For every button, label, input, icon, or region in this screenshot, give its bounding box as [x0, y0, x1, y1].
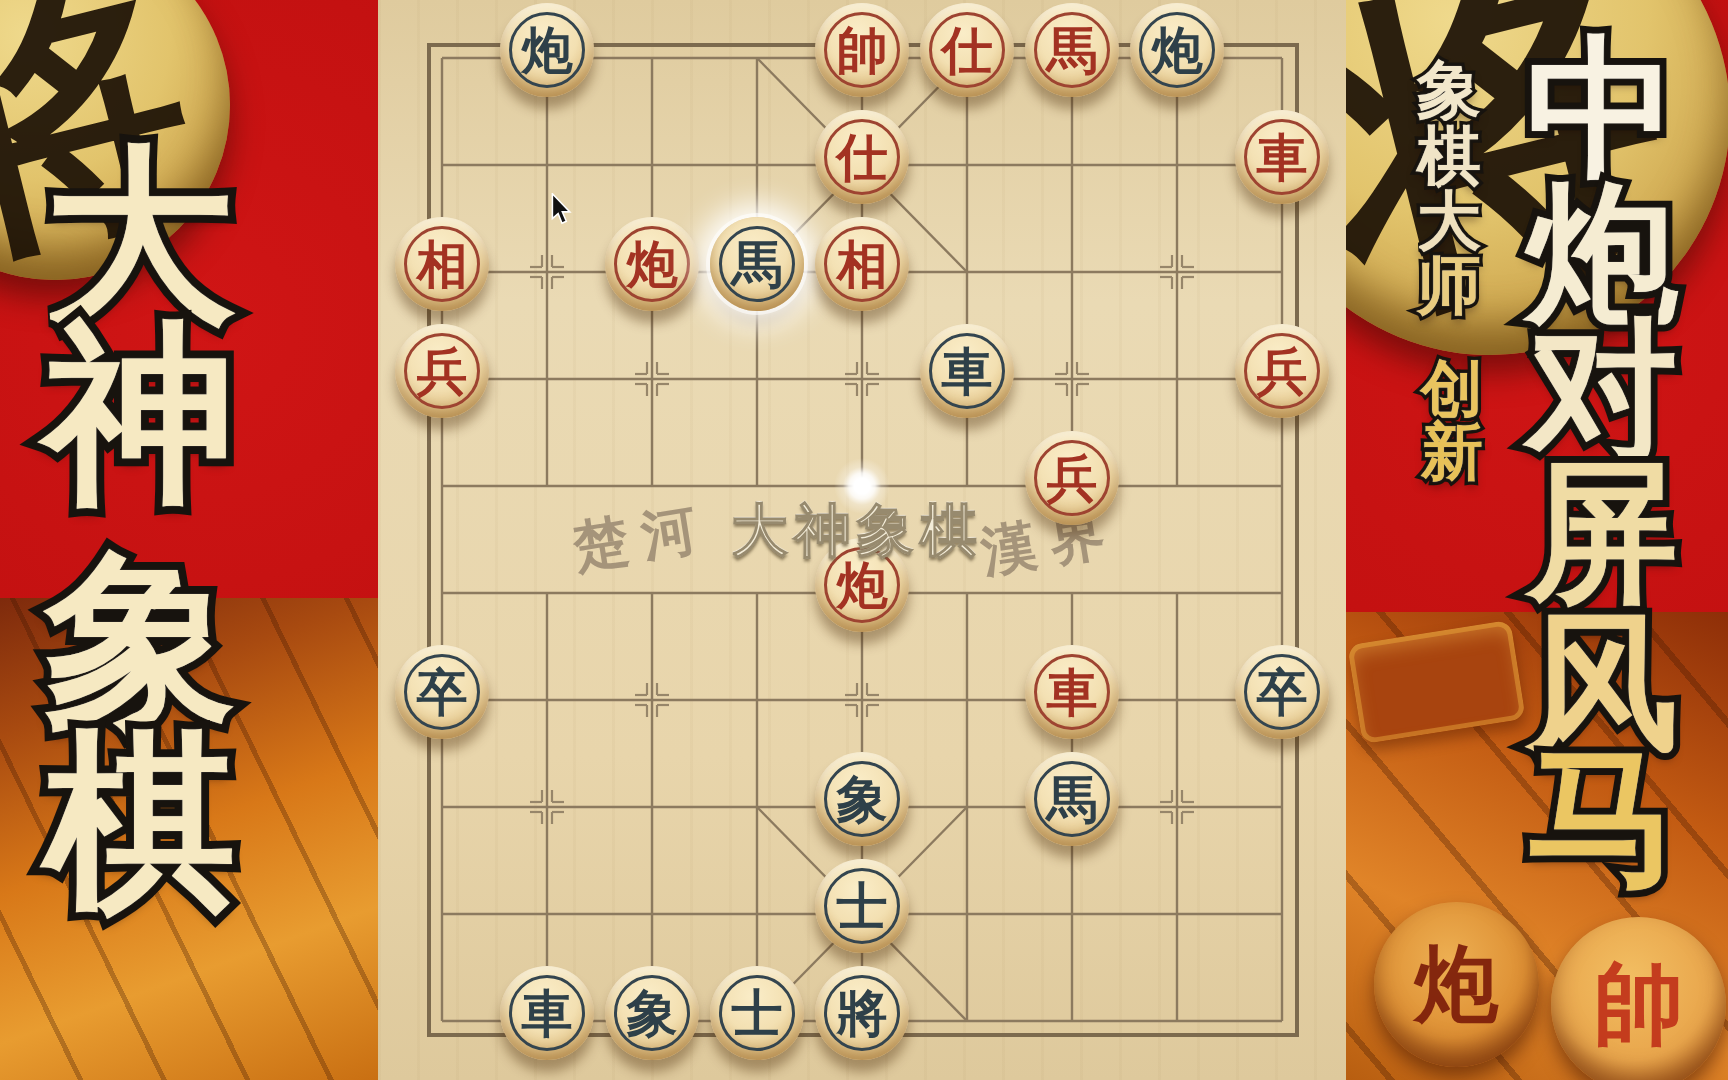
- piece-red-兵[interactable]: 兵: [395, 324, 489, 418]
- piece-glyph: 將: [837, 988, 888, 1039]
- piece-glyph: 車: [522, 988, 573, 1039]
- piece-glyph: 帥: [837, 25, 888, 76]
- piece-red-車[interactable]: 車: [1235, 110, 1329, 204]
- piece-red-炮[interactable]: 炮: [605, 217, 699, 311]
- piece-black-炮[interactable]: 炮: [500, 3, 594, 97]
- piece-glyph: 士: [732, 988, 783, 1039]
- mouse-cursor: [551, 193, 577, 227]
- piece-red-帥[interactable]: 帥: [815, 3, 909, 97]
- piece-black-將[interactable]: 將: [815, 966, 909, 1060]
- piece-glyph: 車: [1047, 667, 1098, 718]
- piece-glyph: 相: [837, 239, 888, 290]
- piece-black-馬[interactable]: 馬: [710, 217, 804, 311]
- piece-red-馬[interactable]: 馬: [1025, 3, 1119, 97]
- piece-glyph: 兵: [1047, 453, 1098, 504]
- piece-glyph: 馬: [1047, 25, 1098, 76]
- piece-black-士[interactable]: 士: [710, 966, 804, 1060]
- piece-glyph: 士: [837, 881, 888, 932]
- piece-red-相[interactable]: 相: [815, 217, 909, 311]
- piece-glyph: 車: [1257, 132, 1308, 183]
- piece-black-車[interactable]: 車: [920, 324, 1014, 418]
- piece-glyph: 車: [942, 346, 993, 397]
- piece-glyph: 卒: [1257, 667, 1308, 718]
- piece-glyph: 炮: [1152, 25, 1203, 76]
- xiangqi-board-area: 楚河 漢界 炮帥仕馬炮仕車相炮馬相兵車兵兵炮卒車卒象馬士車象士將 大神象棋: [378, 0, 1346, 1080]
- piece-red-仕[interactable]: 仕: [815, 110, 909, 204]
- piece-glyph: 兵: [417, 346, 468, 397]
- piece-red-兵[interactable]: 兵: [1025, 431, 1119, 525]
- piece-red-相[interactable]: 相: [395, 217, 489, 311]
- piece-glyph: 卒: [417, 667, 468, 718]
- piece-glyph: 象: [627, 988, 678, 1039]
- piece-glyph: 仕: [837, 132, 888, 183]
- screenshot-stage: 炮 帥 将 大大神神象象棋棋 楚河 漢界 炮帥仕馬炮仕車相炮馬相兵車兵兵炮卒車卒…: [0, 0, 1728, 1080]
- piece-black-象[interactable]: 象: [815, 752, 909, 846]
- piece-red-仕[interactable]: 仕: [920, 3, 1014, 97]
- piece-glyph: 炮: [522, 25, 573, 76]
- piece-glyph: 象: [837, 774, 888, 825]
- piece-red-車[interactable]: 車: [1025, 645, 1119, 739]
- piece-glyph: 相: [417, 239, 468, 290]
- piece-black-卒[interactable]: 卒: [1235, 645, 1329, 739]
- piece-glyph: 炮: [627, 239, 678, 290]
- piece-red-兵[interactable]: 兵: [1235, 324, 1329, 418]
- watermark: 大神象棋: [731, 493, 983, 570]
- piece-black-炮[interactable]: 炮: [1130, 3, 1224, 97]
- piece-black-象[interactable]: 象: [605, 966, 699, 1060]
- piece-glyph: 馬: [1047, 774, 1098, 825]
- piece-black-車[interactable]: 車: [500, 966, 594, 1060]
- piece-glyph: 馬: [732, 239, 783, 290]
- piece-glyph: 兵: [1257, 346, 1308, 397]
- piece-glyph: 仕: [942, 25, 993, 76]
- piece-black-馬[interactable]: 馬: [1025, 752, 1119, 846]
- piece-black-卒[interactable]: 卒: [395, 645, 489, 739]
- piece-black-士[interactable]: 士: [815, 859, 909, 953]
